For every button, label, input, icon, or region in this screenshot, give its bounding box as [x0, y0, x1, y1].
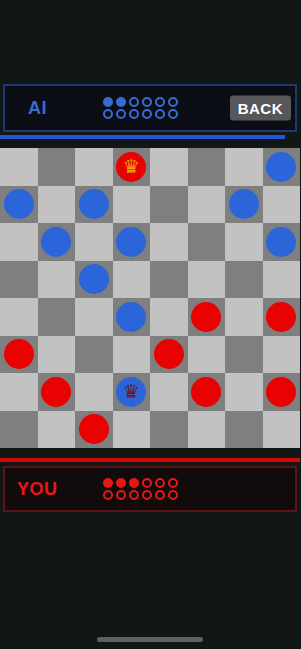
blue-man-piece[interactable] [116, 302, 146, 332]
square-r7c1[interactable] [38, 411, 76, 449]
square-r5c0[interactable] [0, 336, 38, 374]
square-r1c7[interactable] [263, 186, 301, 224]
captured-dot-filled [116, 478, 126, 488]
red-man-piece[interactable] [191, 302, 221, 332]
captured-dot-row [103, 478, 178, 488]
home-indicator[interactable] [97, 637, 203, 642]
square-r3c6[interactable] [225, 261, 263, 299]
square-r3c4[interactable] [150, 261, 188, 299]
square-r0c5[interactable] [188, 148, 226, 186]
square-r0c3[interactable]: ♛ [113, 148, 151, 186]
captured-dot-empty [155, 97, 165, 107]
square-r0c6[interactable] [225, 148, 263, 186]
square-r7c2[interactable] [75, 411, 113, 449]
red-king-piece[interactable]: ♛ [116, 152, 146, 182]
square-r6c1[interactable] [38, 373, 76, 411]
blue-man-piece[interactable] [79, 189, 109, 219]
square-r6c0[interactable] [0, 373, 38, 411]
captured-dot-row [103, 97, 178, 107]
captured-dot-empty [155, 109, 165, 119]
square-r0c2[interactable] [75, 148, 113, 186]
square-r6c3[interactable]: ♛ [113, 373, 151, 411]
square-r5c6[interactable] [225, 336, 263, 374]
captured-dot-row [103, 490, 178, 500]
back-button[interactable]: BACK [230, 96, 291, 121]
red-man-piece[interactable] [191, 377, 221, 407]
captured-dot-filled [103, 478, 113, 488]
square-r5c2[interactable] [75, 336, 113, 374]
captured-dot-empty [142, 478, 152, 488]
square-r2c5[interactable] [188, 223, 226, 261]
red-man-piece[interactable] [79, 414, 109, 444]
square-r0c0[interactable] [0, 148, 38, 186]
square-r1c1[interactable] [38, 186, 76, 224]
square-r3c7[interactable] [263, 261, 301, 299]
square-r0c4[interactable] [150, 148, 188, 186]
square-r5c7[interactable] [263, 336, 301, 374]
square-r3c5[interactable] [188, 261, 226, 299]
square-r4c0[interactable] [0, 298, 38, 336]
captured-dot-empty [142, 490, 152, 500]
captured-dot-empty [142, 97, 152, 107]
square-r1c4[interactable] [150, 186, 188, 224]
ai-turn-timer-bar [0, 135, 285, 139]
red-man-piece[interactable] [266, 377, 296, 407]
square-r4c6[interactable] [225, 298, 263, 336]
square-r7c4[interactable] [150, 411, 188, 449]
blue-king-piece[interactable]: ♛ [116, 377, 146, 407]
square-r5c4[interactable] [150, 336, 188, 374]
square-r7c6[interactable] [225, 411, 263, 449]
square-r7c0[interactable] [0, 411, 38, 449]
captured-dot-filled [116, 97, 126, 107]
square-r6c2[interactable] [75, 373, 113, 411]
captured-dot-empty [168, 109, 178, 119]
captured-dot-empty [168, 97, 178, 107]
square-r7c3[interactable] [113, 411, 151, 449]
square-r2c1[interactable] [38, 223, 76, 261]
king-crown-icon: ♛ [123, 382, 140, 401]
captured-dot-empty [129, 109, 139, 119]
captured-dot-row [103, 109, 178, 119]
ai-captured-tray [103, 97, 178, 119]
square-r5c1[interactable] [38, 336, 76, 374]
checkers-board[interactable]: ♛♛ [0, 148, 300, 448]
square-r0c7[interactable] [263, 148, 301, 186]
square-r1c5[interactable] [188, 186, 226, 224]
square-r4c2[interactable] [75, 298, 113, 336]
you-label: YOU [17, 479, 58, 500]
red-man-piece[interactable] [154, 339, 184, 369]
square-r7c7[interactable] [263, 411, 301, 449]
captured-dot-empty [103, 490, 113, 500]
square-r6c7[interactable] [263, 373, 301, 411]
blue-man-piece[interactable] [79, 264, 109, 294]
blue-man-piece[interactable] [266, 152, 296, 182]
king-crown-icon: ♛ [123, 157, 140, 176]
square-r2c7[interactable] [263, 223, 301, 261]
captured-dot-filled [129, 478, 139, 488]
square-r1c6[interactable] [225, 186, 263, 224]
captured-dot-empty [155, 490, 165, 500]
red-man-piece[interactable] [266, 302, 296, 332]
you-turn-indicator-bar [0, 458, 300, 462]
square-r2c4[interactable] [150, 223, 188, 261]
red-man-piece[interactable] [41, 377, 71, 407]
square-r1c2[interactable] [75, 186, 113, 224]
square-r4c1[interactable] [38, 298, 76, 336]
square-r2c3[interactable] [113, 223, 151, 261]
square-r7c5[interactable] [188, 411, 226, 449]
square-r4c3[interactable] [113, 298, 151, 336]
square-r3c3[interactable] [113, 261, 151, 299]
blue-man-piece[interactable] [116, 227, 146, 257]
square-r0c1[interactable] [38, 148, 76, 186]
ai-player-panel: AI BACK [3, 84, 297, 132]
blue-man-piece[interactable] [266, 227, 296, 257]
ai-label: AI [28, 98, 47, 119]
captured-dot-empty [129, 97, 139, 107]
you-player-panel: YOU [3, 466, 297, 512]
captured-dot-filled [103, 97, 113, 107]
square-r3c2[interactable] [75, 261, 113, 299]
square-r2c0[interactable] [0, 223, 38, 261]
square-r6c4[interactable] [150, 373, 188, 411]
square-r6c6[interactable] [225, 373, 263, 411]
square-r6c5[interactable] [188, 373, 226, 411]
captured-dot-empty [142, 109, 152, 119]
you-captured-tray [103, 478, 178, 500]
square-r5c5[interactable] [188, 336, 226, 374]
blue-man-piece[interactable] [4, 189, 34, 219]
captured-dot-empty [168, 490, 178, 500]
blue-man-piece[interactable] [229, 189, 259, 219]
square-r1c0[interactable] [0, 186, 38, 224]
square-r2c6[interactable] [225, 223, 263, 261]
square-r5c3[interactable] [113, 336, 151, 374]
square-r4c4[interactable] [150, 298, 188, 336]
square-r4c7[interactable] [263, 298, 301, 336]
square-r2c2[interactable] [75, 223, 113, 261]
captured-dot-empty [103, 109, 113, 119]
blue-man-piece[interactable] [41, 227, 71, 257]
captured-dot-empty [116, 490, 126, 500]
square-r3c0[interactable] [0, 261, 38, 299]
captured-dot-empty [155, 478, 165, 488]
captured-dot-empty [116, 109, 126, 119]
captured-dot-empty [129, 490, 139, 500]
square-r1c3[interactable] [113, 186, 151, 224]
square-r4c5[interactable] [188, 298, 226, 336]
square-r3c1[interactable] [38, 261, 76, 299]
red-man-piece[interactable] [4, 339, 34, 369]
captured-dot-empty [168, 478, 178, 488]
